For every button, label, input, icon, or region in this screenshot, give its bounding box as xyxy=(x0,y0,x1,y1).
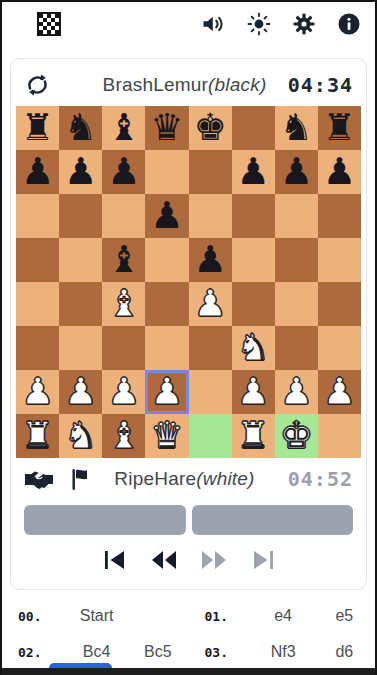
square-b8[interactable]: ♞ xyxy=(59,106,102,150)
white-rook: ♜ xyxy=(21,414,54,458)
draw-offer-handshake-icon[interactable] xyxy=(24,469,54,490)
square-a7[interactable]: ♟ xyxy=(16,150,59,194)
square-f7[interactable]: ♟ xyxy=(232,150,275,194)
step-forward-button[interactable] xyxy=(199,548,229,575)
black-bishop: ♝ xyxy=(107,106,140,150)
square-d8[interactable]: ♛ xyxy=(145,106,188,150)
square-a8[interactable]: ♜ xyxy=(16,106,59,150)
square-b7[interactable]: ♟ xyxy=(59,150,102,194)
black-move[interactable]: d6 xyxy=(314,643,375,661)
square-h6[interactable] xyxy=(318,194,361,238)
info-icon[interactable] xyxy=(337,12,361,36)
square-d1[interactable]: ♛ xyxy=(145,414,188,458)
black-rook: ♜ xyxy=(323,106,356,150)
white-bishop: ♝ xyxy=(107,414,140,458)
square-g1[interactable]: ♚ xyxy=(275,414,318,458)
square-b4[interactable] xyxy=(59,282,102,326)
step-back-button[interactable] xyxy=(149,548,179,575)
move-number: 01. xyxy=(205,609,253,624)
square-g2[interactable]: ♟ xyxy=(275,370,318,414)
square-c1[interactable]: ♝ xyxy=(102,414,145,458)
black-pawn: ♟ xyxy=(193,238,226,282)
black-bishop: ♝ xyxy=(107,238,140,282)
square-f1[interactable]: ♜ xyxy=(232,414,275,458)
square-a2[interactable]: ♟ xyxy=(16,370,59,414)
square-h4[interactable] xyxy=(318,282,361,326)
square-d3[interactable] xyxy=(145,326,188,370)
square-f8[interactable] xyxy=(232,106,275,150)
white-bishop: ♝ xyxy=(107,282,140,326)
square-d2[interactable]: ♟ xyxy=(145,370,188,414)
square-g4[interactable] xyxy=(275,282,318,326)
white-move[interactable]: Bc4 xyxy=(66,643,127,661)
square-c6[interactable] xyxy=(102,194,145,238)
square-e3[interactable] xyxy=(189,326,232,370)
move-entry: 03.Nf3d6 xyxy=(189,634,376,670)
black-pawn: ♟ xyxy=(21,150,54,194)
white-move[interactable]: Start xyxy=(66,607,127,625)
move-number: 00. xyxy=(18,609,66,624)
flip-board-icon[interactable] xyxy=(24,72,51,98)
square-b6[interactable] xyxy=(59,194,102,238)
move-row: 00.Start01.e4e5 xyxy=(2,598,375,634)
square-e1[interactable] xyxy=(189,414,232,458)
black-pawn: ♟ xyxy=(64,150,97,194)
captured-tray-left[interactable] xyxy=(24,505,186,535)
white-pawn: ♟ xyxy=(107,370,140,414)
black-rook: ♜ xyxy=(21,106,54,150)
square-b1[interactable]: ♞ xyxy=(59,414,102,458)
square-h3[interactable] xyxy=(318,326,361,370)
move-number: 02. xyxy=(18,645,66,660)
square-e6[interactable] xyxy=(189,194,232,238)
captured-trays xyxy=(24,505,353,535)
black-clock: 04:34 xyxy=(267,73,353,97)
square-d5[interactable] xyxy=(145,238,188,282)
player-row-white: RipeHare(white) 04:52 xyxy=(16,458,361,500)
square-c3[interactable] xyxy=(102,326,145,370)
square-h5[interactable] xyxy=(318,238,361,282)
square-d4[interactable] xyxy=(145,282,188,326)
black-knight: ♞ xyxy=(280,106,313,150)
white-queen: ♛ xyxy=(150,414,183,458)
square-h1[interactable] xyxy=(318,414,361,458)
square-g8[interactable]: ♞ xyxy=(275,106,318,150)
square-e5[interactable]: ♟ xyxy=(189,238,232,282)
white-pawn: ♟ xyxy=(193,282,226,326)
move-entry: 01.e4e5 xyxy=(189,598,376,634)
black-move[interactable]: Bc5 xyxy=(127,643,188,661)
white-pawn: ♟ xyxy=(64,370,97,414)
top-bar xyxy=(2,2,375,46)
square-a5[interactable] xyxy=(16,238,59,282)
square-e7[interactable] xyxy=(189,150,232,194)
white-pawn: ♟ xyxy=(280,370,313,414)
move-list: 00.Start01.e4e502.Bc4Bc503.Nf3d6 xyxy=(2,598,375,670)
square-f5[interactable] xyxy=(232,238,275,282)
white-pawn: ♟ xyxy=(323,370,356,414)
square-b3[interactable] xyxy=(59,326,102,370)
white-pawn: ♟ xyxy=(21,370,54,414)
square-f2[interactable]: ♟ xyxy=(232,370,275,414)
player-row-black: BrashLemur(black) 04:34 xyxy=(16,64,361,106)
square-a1[interactable]: ♜ xyxy=(16,414,59,458)
move-entry: 00.Start xyxy=(2,598,189,634)
white-king: ♚ xyxy=(280,414,313,458)
white-move[interactable]: Nf3 xyxy=(253,643,314,661)
square-g7[interactable]: ♟ xyxy=(275,150,318,194)
black-pawn: ♟ xyxy=(107,150,140,194)
white-player-name: RipeHare(white) xyxy=(102,468,267,490)
square-a3[interactable] xyxy=(16,326,59,370)
square-e8[interactable]: ♚ xyxy=(189,106,232,150)
square-h7[interactable]: ♟ xyxy=(318,150,361,194)
black-queen: ♛ xyxy=(150,106,183,150)
bottom-edge-bar xyxy=(2,668,375,675)
square-a6[interactable] xyxy=(16,194,59,238)
square-f6[interactable] xyxy=(232,194,275,238)
black-knight: ♞ xyxy=(64,106,97,150)
captured-tray-right[interactable] xyxy=(192,505,354,535)
white-knight: ♞ xyxy=(237,326,270,370)
game-card: BrashLemur(black) 04:34 ♜♞♝♛♚♞♜♟♟♟♟♟♟♟♝♟… xyxy=(10,58,367,590)
white-knight: ♞ xyxy=(64,414,97,458)
square-d6[interactable]: ♟ xyxy=(145,194,188,238)
square-g6[interactable] xyxy=(275,194,318,238)
move-number: 03. xyxy=(205,645,253,660)
resign-flag-icon[interactable] xyxy=(70,468,89,491)
square-c4[interactable]: ♝ xyxy=(102,282,145,326)
square-e4[interactable]: ♟ xyxy=(189,282,232,326)
square-g5[interactable] xyxy=(275,238,318,282)
square-b5[interactable] xyxy=(59,238,102,282)
brightness-icon[interactable] xyxy=(247,12,271,36)
square-d7[interactable] xyxy=(145,150,188,194)
skip-to-end-button[interactable] xyxy=(249,548,277,575)
white-rook: ♜ xyxy=(237,414,270,458)
square-c7[interactable]: ♟ xyxy=(102,150,145,194)
white-clock: 04:52 xyxy=(267,467,353,491)
chess-board: ♜♞♝♛♚♞♜♟♟♟♟♟♟♟♝♟♝♟♞♟♟♟♟♟♟♟♜♞♝♛♜♚ xyxy=(16,106,361,458)
square-c2[interactable]: ♟ xyxy=(102,370,145,414)
square-c5[interactable]: ♝ xyxy=(102,238,145,282)
square-f4[interactable] xyxy=(232,282,275,326)
black-pawn: ♟ xyxy=(280,150,313,194)
square-h2[interactable]: ♟ xyxy=(318,370,361,414)
white-pawn: ♟ xyxy=(150,370,183,414)
square-f3[interactable]: ♞ xyxy=(232,326,275,370)
black-move[interactable]: e5 xyxy=(314,607,375,625)
black-pawn: ♟ xyxy=(323,150,356,194)
square-e2[interactable] xyxy=(189,370,232,414)
square-g3[interactable] xyxy=(275,326,318,370)
white-move[interactable]: e4 xyxy=(253,607,314,625)
skip-to-start-button[interactable] xyxy=(101,548,129,575)
black-king: ♚ xyxy=(193,106,226,150)
square-a4[interactable] xyxy=(16,282,59,326)
square-h8[interactable]: ♜ xyxy=(318,106,361,150)
black-player-name: BrashLemur(black) xyxy=(102,74,267,96)
move-navigation xyxy=(16,539,361,583)
black-pawn: ♟ xyxy=(237,150,270,194)
volume-icon[interactable] xyxy=(201,12,226,36)
settings-gear-icon[interactable] xyxy=(292,12,316,36)
white-pawn: ♟ xyxy=(237,370,270,414)
black-pawn: ♟ xyxy=(150,194,183,238)
square-c8[interactable]: ♝ xyxy=(102,106,145,150)
square-b2[interactable]: ♟ xyxy=(59,370,102,414)
chessboard-logo-icon xyxy=(37,12,61,36)
